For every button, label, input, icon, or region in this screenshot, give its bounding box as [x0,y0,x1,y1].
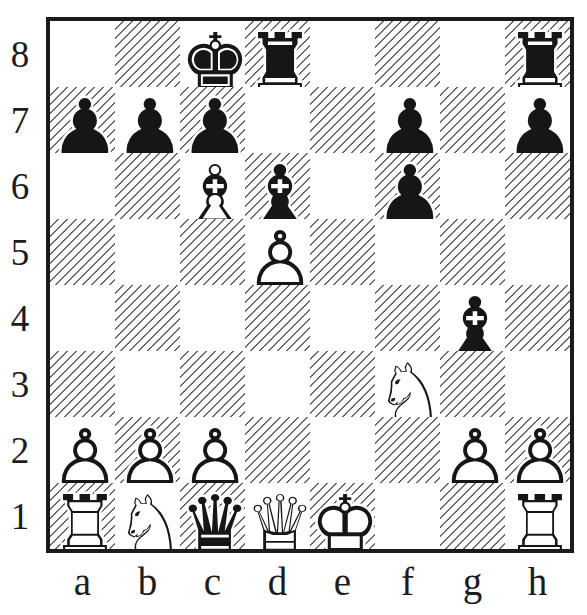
square-f1[interactable] [375,483,440,549]
black-bishop-glyph: ♝ [440,287,505,351]
square-c7[interactable]: ♟♟ [180,87,245,153]
file-label-g: g [440,556,505,606]
white-pawn-glyph: ♙ [505,419,570,483]
square-g2[interactable]: ♟♙ [440,417,505,483]
file-labels: abcdefgh [50,556,570,606]
square-a3[interactable] [50,351,115,417]
white-knight-glyph: ♘ [375,353,440,417]
square-c4[interactable] [180,285,245,351]
piece-black-pawn[interactable]: ♟♟ [180,87,245,153]
square-d2[interactable] [245,417,310,483]
square-g8[interactable] [440,21,505,87]
piece-black-rook[interactable]: ♜♜ [245,21,310,87]
piece-black-pawn[interactable]: ♟♟ [375,153,440,219]
white-bishop-glyph: ♗ [180,155,245,219]
square-a6[interactable] [50,153,115,219]
square-e1[interactable]: ♚♔ [310,483,375,549]
square-h8[interactable]: ♜♜ [505,21,570,87]
chessboard: ♚♚♜♜♜♜♟♟♟♟♟♟♟♟♟♟♝♗♝♝♟♟♟♙♝♝♞♘♟♙♟♙♟♙♟♙♟♙♜♖… [46,17,574,553]
piece-black-pawn[interactable]: ♟♟ [50,87,115,153]
rank-label-4: 4 [0,285,40,351]
rank-label-8: 8 [0,21,40,87]
white-king-glyph: ♔ [310,485,375,549]
white-pawn-glyph: ♙ [50,419,115,483]
white-rook-glyph: ♖ [50,485,115,549]
rank-labels: 87654321 [0,21,40,549]
piece-black-bishop[interactable]: ♝♝ [440,285,505,351]
square-a7[interactable]: ♟♟ [50,87,115,153]
square-f8[interactable] [375,21,440,87]
file-label-f: f [375,556,440,606]
square-g5[interactable] [440,219,505,285]
square-b3[interactable] [115,351,180,417]
square-b6[interactable] [115,153,180,219]
square-d3[interactable] [245,351,310,417]
square-c3[interactable] [180,351,245,417]
black-pawn-glyph: ♟ [115,89,180,153]
piece-black-king[interactable]: ♚♚ [180,21,245,87]
black-pawn-glyph: ♟ [50,89,115,153]
square-c1[interactable]: ♛♛ [180,483,245,549]
square-a8[interactable] [50,21,115,87]
piece-white-pawn[interactable]: ♟♙ [245,219,310,285]
square-d4[interactable] [245,285,310,351]
piece-black-rook[interactable]: ♜♜ [505,21,570,87]
rank-label-5: 5 [0,219,40,285]
square-c6[interactable]: ♝♗ [180,153,245,219]
black-rook-glyph: ♜ [245,23,310,87]
black-pawn-glyph: ♟ [375,89,440,153]
square-f5[interactable] [375,219,440,285]
square-e7[interactable] [310,87,375,153]
square-g7[interactable] [440,87,505,153]
square-g4[interactable]: ♝♝ [440,285,505,351]
square-g6[interactable] [440,153,505,219]
black-rook-glyph: ♜ [505,23,570,87]
square-c5[interactable] [180,219,245,285]
square-b5[interactable] [115,219,180,285]
black-pawn-glyph: ♟ [505,89,570,153]
white-pawn-glyph: ♙ [440,419,505,483]
square-g3[interactable] [440,351,505,417]
rank-label-6: 6 [0,153,40,219]
square-e4[interactable] [310,285,375,351]
square-b1[interactable]: ♞♘ [115,483,180,549]
square-d5[interactable]: ♟♙ [245,219,310,285]
square-b8[interactable] [115,21,180,87]
square-f6[interactable]: ♟♟ [375,153,440,219]
piece-white-bishop[interactable]: ♝♗ [180,153,245,219]
piece-white-queen[interactable]: ♛♕ [245,483,310,549]
file-label-d: d [245,556,310,606]
piece-white-rook[interactable]: ♜♖ [505,483,570,549]
square-h1[interactable]: ♜♖ [505,483,570,549]
piece-white-pawn[interactable]: ♟♙ [115,417,180,483]
square-h4[interactable] [505,285,570,351]
black-bishop-glyph: ♝ [245,155,310,219]
square-f7[interactable]: ♟♟ [375,87,440,153]
piece-black-pawn[interactable]: ♟♟ [505,87,570,153]
white-pawn-glyph: ♙ [180,419,245,483]
piece-white-knight[interactable]: ♞♘ [375,351,440,417]
piece-white-pawn[interactable]: ♟♙ [440,417,505,483]
square-f3[interactable]: ♞♘ [375,351,440,417]
square-e2[interactable] [310,417,375,483]
black-king-glyph: ♚ [180,23,245,87]
square-h5[interactable] [505,219,570,285]
white-rook-glyph: ♖ [505,485,570,549]
square-e3[interactable] [310,351,375,417]
square-b7[interactable]: ♟♟ [115,87,180,153]
white-pawn-glyph: ♙ [115,419,180,483]
file-label-a: a [50,556,115,606]
square-d7[interactable] [245,87,310,153]
black-queen-glyph: ♛ [180,485,245,549]
square-a4[interactable] [50,285,115,351]
square-b2[interactable]: ♟♙ [115,417,180,483]
square-d1[interactable]: ♛♕ [245,483,310,549]
piece-white-pawn[interactable]: ♟♙ [180,417,245,483]
square-d6[interactable]: ♝♝ [245,153,310,219]
black-pawn-glyph: ♟ [375,155,440,219]
file-label-c: c [180,556,245,606]
rank-label-1: 1 [0,483,40,549]
square-h6[interactable] [505,153,570,219]
piece-black-pawn[interactable]: ♟♟ [115,87,180,153]
white-queen-glyph: ♕ [245,485,310,549]
piece-white-king[interactable]: ♚♔ [310,483,375,549]
file-label-h: h [505,556,570,606]
square-c2[interactable]: ♟♙ [180,417,245,483]
rank-label-7: 7 [0,87,40,153]
square-h2[interactable]: ♟♙ [505,417,570,483]
square-f2[interactable] [375,417,440,483]
rank-label-3: 3 [0,351,40,417]
rank-label-2: 2 [0,417,40,483]
square-h7[interactable]: ♟♟ [505,87,570,153]
square-a2[interactable]: ♟♙ [50,417,115,483]
square-e8[interactable] [310,21,375,87]
white-knight-glyph: ♘ [115,485,180,549]
square-e6[interactable] [310,153,375,219]
square-b4[interactable] [115,285,180,351]
white-pawn-glyph: ♙ [245,221,310,285]
square-h3[interactable] [505,351,570,417]
square-d8[interactable]: ♜♜ [245,21,310,87]
black-pawn-glyph: ♟ [180,89,245,153]
square-c8[interactable]: ♚♚ [180,21,245,87]
file-label-e: e [310,556,375,606]
square-e5[interactable] [310,219,375,285]
piece-white-pawn[interactable]: ♟♙ [505,417,570,483]
square-a1[interactable]: ♜♖ [50,483,115,549]
piece-white-knight[interactable]: ♞♘ [115,483,180,549]
square-g1[interactable] [440,483,505,549]
file-label-b: b [115,556,180,606]
piece-black-pawn[interactable]: ♟♟ [375,87,440,153]
square-f4[interactable] [375,285,440,351]
piece-white-rook[interactable]: ♜♖ [50,483,115,549]
piece-white-pawn[interactable]: ♟♙ [50,417,115,483]
piece-black-queen[interactable]: ♛♛ [180,483,245,549]
chess-diagram: 87654321 ♚♚♜♜♜♜♟♟♟♟♟♟♟♟♟♟♝♗♝♝♟♟♟♙♝♝♞♘♟♙♟… [0,0,587,615]
square-a5[interactable] [50,219,115,285]
piece-black-bishop[interactable]: ♝♝ [245,153,310,219]
